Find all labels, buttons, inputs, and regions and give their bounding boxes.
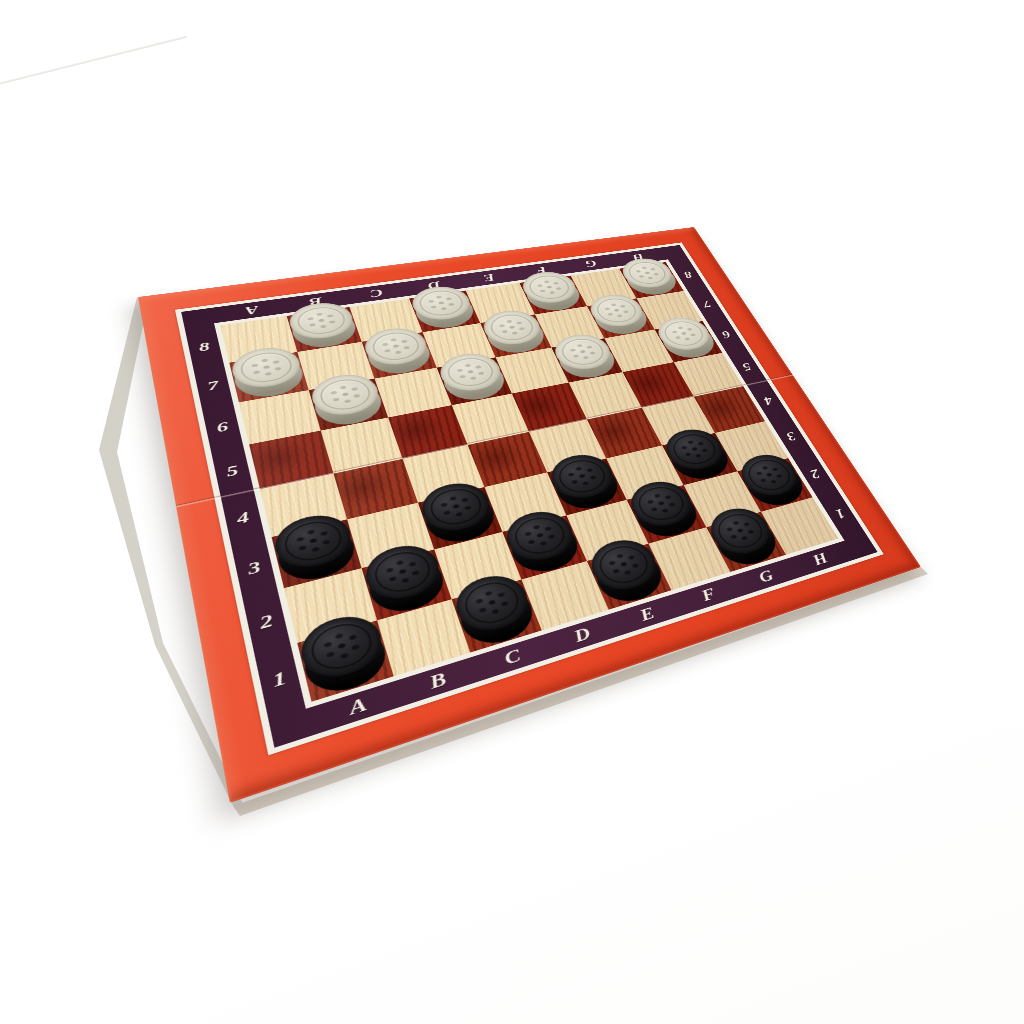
backdrop-paper-crease <box>0 36 187 86</box>
checkers-board: AABBCCDDEEFFGGHH1122334455667788 <box>138 227 921 803</box>
photo-backdrop: AABBCCDDEEFFGGHH1122334455667788 <box>0 0 1024 1024</box>
rank-label-left-6: 6 <box>215 419 230 436</box>
file-label-top-A: A <box>243 303 260 317</box>
rank-label-left-5: 5 <box>225 462 240 480</box>
rank-label-left-7: 7 <box>206 378 220 394</box>
rank-label-left-8: 8 <box>197 340 211 355</box>
